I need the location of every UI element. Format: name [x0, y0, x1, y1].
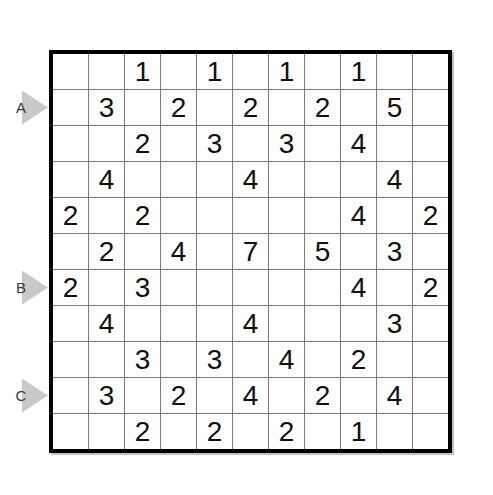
cell-r6c5[interactable]: [197, 234, 232, 269]
cell-r4c7[interactable]: [269, 162, 304, 197]
cell-r5c7[interactable]: [269, 198, 304, 233]
cell-r10c4[interactable]: 2: [161, 378, 196, 413]
cell-r11c7[interactable]: 2: [269, 414, 304, 449]
cell-r3c3[interactable]: 2: [125, 126, 160, 161]
cell-r4c6[interactable]: 4: [233, 162, 268, 197]
cell-r11c6[interactable]: [233, 414, 268, 449]
cell-r9c7[interactable]: 4: [269, 342, 304, 377]
cell-r5c6[interactable]: [233, 198, 268, 233]
cell-r10c9[interactable]: [341, 378, 376, 413]
cell-r4c8[interactable]: [305, 162, 340, 197]
cell-r7c1[interactable]: 2: [53, 270, 88, 305]
cell-r9c1[interactable]: [53, 342, 88, 377]
cell-r7c10[interactable]: [377, 270, 412, 305]
cell-r5c1[interactable]: 2: [53, 198, 88, 233]
cell-r2c1[interactable]: [53, 90, 88, 125]
cell-r9c11[interactable]: [413, 342, 448, 377]
cell-r8c9[interactable]: [341, 306, 376, 341]
cell-r11c10[interactable]: [377, 414, 412, 449]
cell-r7c2[interactable]: [89, 270, 124, 305]
cell-r3c8[interactable]: [305, 126, 340, 161]
cell-r2c2[interactable]: 3: [89, 90, 124, 125]
cell-r11c5[interactable]: 2: [197, 414, 232, 449]
cell-r5c3[interactable]: 2: [125, 198, 160, 233]
cell-r10c11[interactable]: [413, 378, 448, 413]
cell-r7c6[interactable]: [233, 270, 268, 305]
cell-r11c1[interactable]: [53, 414, 88, 449]
cell-r8c2[interactable]: 4: [89, 306, 124, 341]
cell-r11c2[interactable]: [89, 414, 124, 449]
cell-r1c7[interactable]: 1: [269, 54, 304, 89]
cell-r2c10[interactable]: 5: [377, 90, 412, 125]
cell-r2c6[interactable]: 2: [233, 90, 268, 125]
answer-marker-a: A: [10, 91, 48, 125]
cell-r4c4[interactable]: [161, 162, 196, 197]
cell-r10c7[interactable]: [269, 378, 304, 413]
cell-r1c6[interactable]: [233, 54, 268, 89]
cell-r7c8[interactable]: [305, 270, 340, 305]
cell-r4c11[interactable]: [413, 162, 448, 197]
cell-r8c7[interactable]: [269, 306, 304, 341]
cell-r7c4[interactable]: [161, 270, 196, 305]
cell-r5c2[interactable]: [89, 198, 124, 233]
cell-r10c5[interactable]: [197, 378, 232, 413]
cell-r6c11[interactable]: [413, 234, 448, 269]
cell-r2c4[interactable]: 2: [161, 90, 196, 125]
marker-letter-c: C: [10, 379, 32, 413]
cell-r11c8[interactable]: [305, 414, 340, 449]
cell-r9c9[interactable]: 2: [341, 342, 376, 377]
cell-r9c8[interactable]: [305, 342, 340, 377]
cell-r3c5[interactable]: 3: [197, 126, 232, 161]
cell-r8c4[interactable]: [161, 306, 196, 341]
cell-r2c7[interactable]: [269, 90, 304, 125]
cell-r10c6[interactable]: 4: [233, 378, 268, 413]
puzzle-board: 1111322252334444224224753234244333423242…: [49, 50, 452, 453]
cell-r1c9[interactable]: 1: [341, 54, 376, 89]
cell-r6c10[interactable]: 3: [377, 234, 412, 269]
cell-r3c7[interactable]: 3: [269, 126, 304, 161]
cell-r2c9[interactable]: [341, 90, 376, 125]
cell-r10c2[interactable]: 3: [89, 378, 124, 413]
answer-marker-b: B: [10, 271, 48, 305]
cell-r4c2[interactable]: 4: [89, 162, 124, 197]
cell-r5c11[interactable]: 2: [413, 198, 448, 233]
cell-r10c8[interactable]: 2: [305, 378, 340, 413]
cell-r6c9[interactable]: [341, 234, 376, 269]
cell-r1c11[interactable]: [413, 54, 448, 89]
cell-r2c5[interactable]: [197, 90, 232, 125]
cell-r9c10[interactable]: [377, 342, 412, 377]
cell-r8c10[interactable]: 3: [377, 306, 412, 341]
cell-r8c1[interactable]: [53, 306, 88, 341]
cell-r8c5[interactable]: [197, 306, 232, 341]
cell-r2c11[interactable]: [413, 90, 448, 125]
cell-r8c8[interactable]: [305, 306, 340, 341]
cell-r7c5[interactable]: [197, 270, 232, 305]
cell-r6c2[interactable]: 2: [89, 234, 124, 269]
cell-r2c8[interactable]: 2: [305, 90, 340, 125]
cell-r8c11[interactable]: [413, 306, 448, 341]
cell-r4c1[interactable]: [53, 162, 88, 197]
cell-r5c4[interactable]: [161, 198, 196, 233]
cell-r1c5[interactable]: 1: [197, 54, 232, 89]
cell-r11c4[interactable]: [161, 414, 196, 449]
cell-r9c6[interactable]: [233, 342, 268, 377]
cell-r3c1[interactable]: [53, 126, 88, 161]
cell-r5c10[interactable]: [377, 198, 412, 233]
marker-letter-b: B: [10, 271, 32, 305]
cell-r4c9[interactable]: [341, 162, 376, 197]
cell-r6c8[interactable]: 5: [305, 234, 340, 269]
cell-r3c10[interactable]: [377, 126, 412, 161]
cell-r3c4[interactable]: [161, 126, 196, 161]
cell-r7c11[interactable]: 2: [413, 270, 448, 305]
cell-r5c5[interactable]: [197, 198, 232, 233]
cell-r1c2[interactable]: [89, 54, 124, 89]
cell-r6c6[interactable]: 7: [233, 234, 268, 269]
cell-r3c11[interactable]: [413, 126, 448, 161]
cell-r6c4[interactable]: 4: [161, 234, 196, 269]
cell-r11c3[interactable]: 2: [125, 414, 160, 449]
cell-r4c3[interactable]: [125, 162, 160, 197]
cell-r5c8[interactable]: [305, 198, 340, 233]
cell-r9c4[interactable]: [161, 342, 196, 377]
cell-r8c6[interactable]: 4: [233, 306, 268, 341]
cell-r10c3[interactable]: [125, 378, 160, 413]
cell-r1c4[interactable]: [161, 54, 196, 89]
cell-r10c1[interactable]: [53, 378, 88, 413]
cell-r5c9[interactable]: 4: [341, 198, 376, 233]
cell-r1c8[interactable]: [305, 54, 340, 89]
cell-r6c3[interactable]: [125, 234, 160, 269]
cell-r3c2[interactable]: [89, 126, 124, 161]
cell-r9c3[interactable]: 3: [125, 342, 160, 377]
cell-r6c1[interactable]: [53, 234, 88, 269]
cell-r11c11[interactable]: [413, 414, 448, 449]
cell-r9c2[interactable]: [89, 342, 124, 377]
cell-r8c3[interactable]: [125, 306, 160, 341]
marker-letter-a: A: [10, 91, 32, 125]
cell-r4c10[interactable]: 4: [377, 162, 412, 197]
cell-r1c3[interactable]: 1: [125, 54, 160, 89]
cell-r6c7[interactable]: [269, 234, 304, 269]
cell-r4c5[interactable]: [197, 162, 232, 197]
cell-r10c10[interactable]: 4: [377, 378, 412, 413]
cell-r2c3[interactable]: [125, 90, 160, 125]
cell-r3c6[interactable]: [233, 126, 268, 161]
puzzle-page: ABC 111132225233444422422475323424433342…: [0, 0, 493, 495]
cell-r3c9[interactable]: 4: [341, 126, 376, 161]
cell-r7c7[interactable]: [269, 270, 304, 305]
cell-r7c3[interactable]: 3: [125, 270, 160, 305]
cell-r7c9[interactable]: 4: [341, 270, 376, 305]
cell-r11c9[interactable]: 1: [341, 414, 376, 449]
cell-r1c1[interactable]: [53, 54, 88, 89]
answer-marker-c: C: [10, 379, 48, 413]
cell-r1c10[interactable]: [377, 54, 412, 89]
cell-r9c5[interactable]: 3: [197, 342, 232, 377]
